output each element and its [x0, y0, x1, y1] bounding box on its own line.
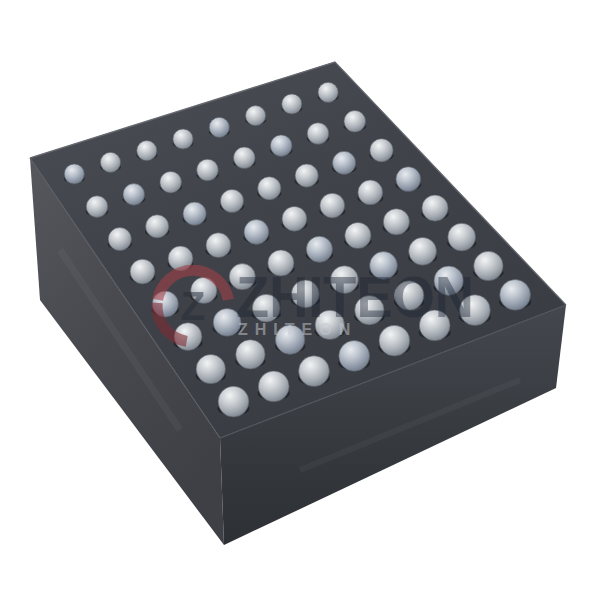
solder-ball	[339, 341, 370, 372]
bga-chip-product-photo: Z ZHITEON ZHITEON	[0, 0, 600, 600]
solder-ball	[344, 111, 366, 133]
solder-ball	[218, 386, 249, 417]
solder-ball	[306, 236, 332, 262]
solder-ball	[209, 117, 229, 137]
solder-ball	[383, 209, 409, 235]
solder-ball	[146, 215, 169, 238]
solder-ball	[244, 220, 269, 245]
solder-ball	[64, 164, 84, 184]
solder-ball	[318, 82, 338, 102]
bga-chip-render: Z ZHITEON ZHITEON	[0, 0, 600, 600]
solder-ball	[206, 233, 231, 258]
solder-ball	[333, 151, 356, 174]
solder-ball	[130, 259, 155, 284]
solder-ball	[409, 237, 437, 265]
solder-ball	[234, 147, 256, 169]
solder-ball	[422, 195, 448, 221]
solder-ball	[358, 180, 383, 205]
solder-ball	[448, 223, 476, 251]
solder-ball	[295, 164, 318, 187]
solder-ball	[370, 139, 393, 162]
solder-ball	[258, 177, 281, 200]
solder-ball	[196, 354, 225, 383]
solder-ball	[282, 94, 302, 114]
solder-ball	[320, 193, 345, 218]
solder-ball	[160, 171, 182, 193]
watermark-main-text: ZHITEON	[236, 264, 474, 329]
solder-ball	[345, 222, 371, 248]
solder-ball	[100, 152, 120, 172]
solder-ball	[123, 184, 145, 206]
solder-ball	[258, 371, 289, 402]
solder-ball	[474, 251, 503, 280]
solder-ball	[270, 135, 292, 157]
solder-ball	[500, 280, 531, 311]
solder-ball	[220, 189, 243, 212]
solder-ball	[307, 123, 329, 145]
watermark-logo-glyph: Z	[181, 284, 205, 328]
solder-ball	[246, 106, 266, 126]
solder-ball	[236, 340, 265, 369]
solder-ball	[282, 206, 307, 231]
solder-ball	[183, 202, 206, 225]
solder-ball	[108, 228, 131, 251]
solder-ball	[299, 356, 330, 387]
solder-ball	[173, 129, 193, 149]
watermark-sub-text: ZHITEON	[238, 321, 357, 338]
solder-ball	[396, 167, 421, 192]
solder-ball	[379, 325, 410, 356]
solder-ball	[137, 141, 157, 161]
solder-ball	[86, 196, 108, 218]
solder-ball	[197, 159, 219, 181]
